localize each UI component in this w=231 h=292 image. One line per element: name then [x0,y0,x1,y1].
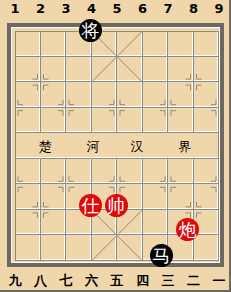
board-cell[interactable] [15,57,41,83]
file-label-bottom: 九 [2,274,28,288]
board-cell[interactable] [92,57,118,83]
board-cell[interactable] [66,159,92,185]
board-cell[interactable] [66,108,92,134]
river-char-jie: 界 [178,140,192,154]
board-cell[interactable] [194,184,220,210]
file-label-top: 8 [181,2,207,16]
river-char-chu: 楚 [38,140,52,154]
board-cell[interactable] [41,31,67,57]
file-label-top: 7 [155,2,181,16]
black-horse[interactable]: 马 [150,244,173,267]
river-char-han: 汉 [130,140,144,154]
board-cell[interactable] [92,108,118,134]
board-cell[interactable] [41,184,67,210]
board-cell[interactable] [143,31,169,57]
board-cell[interactable] [143,159,169,185]
board-cell[interactable] [41,210,67,236]
board-cell[interactable] [168,108,194,134]
file-label-top: 1 [2,2,28,16]
river-char-he: 河 [86,140,100,154]
red-advisor[interactable]: 仕 [79,194,102,217]
board-cell[interactable] [92,82,118,108]
file-label-top: 6 [130,2,156,16]
board-cell[interactable] [15,210,41,236]
board-cell[interactable] [15,159,41,185]
board-cell[interactable] [117,57,143,83]
board-cell[interactable] [15,31,41,57]
board-cell[interactable] [117,108,143,134]
board-cell[interactable] [143,210,169,236]
file-label-top: 2 [28,2,54,16]
board-cell[interactable] [143,184,169,210]
file-label-bottom: 五 [104,274,130,288]
board-cell[interactable] [168,184,194,210]
board-cell[interactable] [117,31,143,57]
file-label-bottom: 一 [206,274,231,288]
board-cell[interactable] [15,82,41,108]
file-label-bottom: 三 [155,274,181,288]
board-cell[interactable] [194,108,220,134]
file-label-top: 4 [79,2,105,16]
board-cell[interactable] [194,159,220,185]
file-label-bottom: 七 [53,274,79,288]
board-cell[interactable] [143,82,169,108]
file-labels-top: 123456789 [2,2,231,16]
board-cell[interactable] [41,159,67,185]
board-cell[interactable] [143,133,169,159]
board-cell[interactable] [41,108,67,134]
board-cell[interactable] [194,133,220,159]
board-cell[interactable] [66,57,92,83]
board-cell[interactable] [41,82,67,108]
board-cell[interactable] [194,235,220,261]
board-cell[interactable] [117,82,143,108]
board-cell[interactable] [117,159,143,185]
file-label-bottom: 四 [130,274,156,288]
board-cell[interactable] [143,57,169,83]
file-label-bottom: 二 [181,274,207,288]
board-cell[interactable] [41,235,67,261]
board-cell[interactable] [168,57,194,83]
file-labels-bottom: 九八七六五四三二一 [2,274,231,288]
board-cell[interactable] [15,133,41,159]
board-cell[interactable] [66,82,92,108]
file-label-top: 3 [53,2,79,16]
board-cell[interactable] [194,82,220,108]
board-cell[interactable] [15,108,41,134]
red-general[interactable]: 帅 [105,194,128,217]
board-cell[interactable] [143,108,169,134]
board-cell[interactable] [15,184,41,210]
board-cell[interactable] [117,235,143,261]
file-label-top: 9 [206,2,231,16]
xiangqi-board: 123456789 楚 河 汉 界 将仕帅炮马 九八七六五四三二一 [0,0,231,292]
board-cell[interactable] [41,57,67,83]
board-cell[interactable] [92,235,118,261]
file-label-bottom: 六 [79,274,105,288]
board-cell[interactable] [194,57,220,83]
board-cell[interactable] [66,235,92,261]
board-cell[interactable] [168,31,194,57]
board-cell[interactable] [92,159,118,185]
board-cell[interactable] [15,235,41,261]
black-general[interactable]: 将 [79,19,102,42]
board-cell[interactable] [168,159,194,185]
file-label-bottom: 八 [28,274,54,288]
board-cell[interactable] [194,31,220,57]
file-label-top: 5 [104,2,130,16]
red-cannon[interactable]: 炮 [176,218,199,241]
board-cell[interactable] [168,82,194,108]
